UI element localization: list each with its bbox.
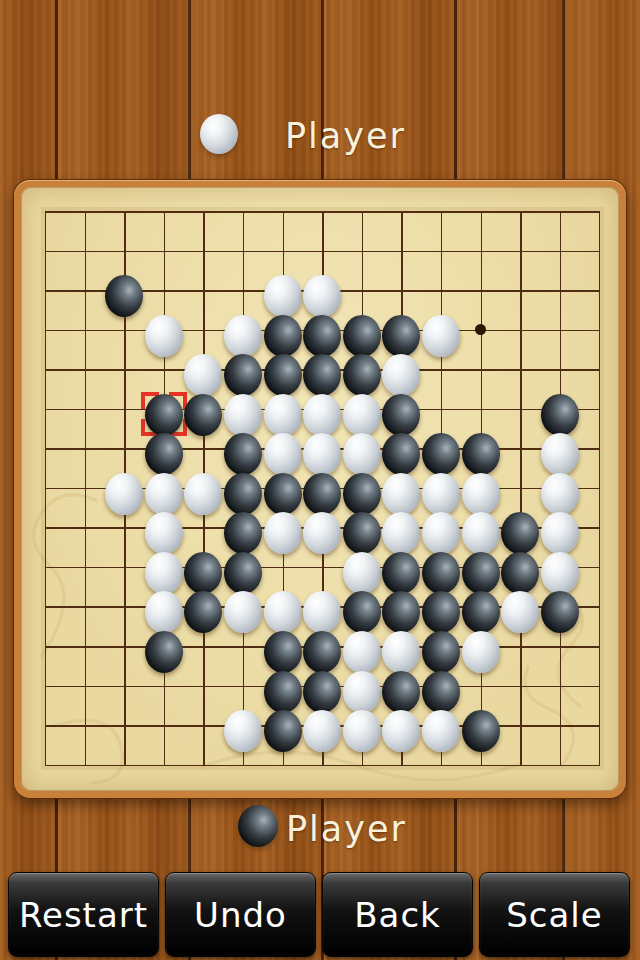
restart-button[interactable]: Restart — [8, 872, 159, 957]
board-cell — [263, 349, 303, 389]
board-cell — [342, 508, 382, 548]
board-cell — [342, 428, 382, 468]
board-cell — [263, 468, 303, 508]
board-cell — [302, 310, 342, 350]
board-cell — [382, 349, 422, 389]
board-cell — [263, 587, 303, 627]
board-cell — [382, 587, 422, 627]
board-cell — [144, 508, 184, 548]
board-cell — [223, 705, 263, 745]
board-cell — [302, 508, 342, 548]
board-cell — [461, 508, 501, 548]
board-intersections[interactable] — [25, 191, 619, 784]
board-cell — [421, 428, 461, 468]
board-cell — [263, 389, 303, 429]
board-cell — [342, 666, 382, 706]
stone-white — [105, 473, 143, 515]
white-player-stone-icon — [200, 114, 238, 154]
board-cell — [104, 468, 144, 508]
board-cell — [382, 508, 422, 548]
stone-white — [422, 710, 460, 752]
board-cell — [342, 349, 382, 389]
board-cell — [263, 270, 303, 310]
board-cell — [302, 666, 342, 706]
board-cell — [461, 587, 501, 627]
board-cell — [421, 468, 461, 508]
board-cell — [342, 547, 382, 587]
board-cell — [223, 508, 263, 548]
board-cell — [540, 389, 580, 429]
board-cell — [540, 468, 580, 508]
stone-black — [264, 710, 302, 752]
scale-button[interactable]: Scale — [479, 872, 630, 957]
stone-black — [462, 710, 500, 752]
stone-white — [343, 710, 381, 752]
board-cell — [382, 389, 422, 429]
board-cell — [500, 587, 540, 627]
action-button-bar: Restart Undo Back Scale — [8, 872, 630, 957]
board-cell — [540, 428, 580, 468]
board-cell — [184, 349, 224, 389]
board-cell — [302, 349, 342, 389]
board-cell — [421, 310, 461, 350]
stone-black — [184, 394, 222, 436]
stone-black — [145, 631, 183, 673]
board-cell — [263, 626, 303, 666]
stone-white — [303, 512, 341, 554]
board-cell — [144, 626, 184, 666]
board-cell — [302, 587, 342, 627]
board-cell — [263, 310, 303, 350]
board-cell — [144, 310, 184, 350]
black-player-stone-icon — [238, 805, 278, 847]
board-cell — [263, 428, 303, 468]
board-cell — [421, 508, 461, 548]
stone-white — [224, 591, 262, 633]
board-cell — [302, 428, 342, 468]
board-cell — [263, 666, 303, 706]
board-cell — [223, 587, 263, 627]
stone-white — [462, 631, 500, 673]
board-cell — [540, 547, 580, 587]
stone-white — [264, 512, 302, 554]
board-cell — [184, 468, 224, 508]
board-cell — [382, 547, 422, 587]
board-cell — [461, 547, 501, 587]
board-cell — [144, 389, 184, 429]
board-cell — [540, 508, 580, 548]
board-cell — [421, 587, 461, 627]
board-cell — [461, 705, 501, 745]
board-cell — [342, 587, 382, 627]
board-cell — [184, 547, 224, 587]
stone-black — [184, 591, 222, 633]
star-point-icon — [461, 310, 501, 350]
board-cell — [382, 310, 422, 350]
board-cell — [104, 270, 144, 310]
game-screen: Player Player Restart Undo Back Scale — [0, 0, 640, 960]
stone-white — [382, 710, 420, 752]
undo-button[interactable]: Undo — [165, 872, 316, 957]
board-cell — [500, 508, 540, 548]
board-cell — [223, 468, 263, 508]
board-cell — [302, 270, 342, 310]
board-cell — [263, 508, 303, 548]
board-cell — [144, 468, 184, 508]
star-point-dot — [475, 324, 486, 335]
board-cell — [461, 468, 501, 508]
board-cell — [421, 705, 461, 745]
board-cell — [223, 389, 263, 429]
stone-white — [224, 710, 262, 752]
board-cell — [223, 547, 263, 587]
board-cell — [144, 428, 184, 468]
stone-white — [184, 473, 222, 515]
board-cell — [382, 705, 422, 745]
board-cell — [342, 626, 382, 666]
board-cell — [184, 587, 224, 627]
board-cell — [382, 468, 422, 508]
stone-white — [145, 315, 183, 357]
black-player-label: Player — [286, 809, 407, 849]
board-cell — [144, 587, 184, 627]
board-cell — [302, 626, 342, 666]
board-cell — [223, 349, 263, 389]
stone-white — [501, 591, 539, 633]
stone-white — [422, 315, 460, 357]
board-cell — [421, 626, 461, 666]
board-cell — [461, 428, 501, 468]
board-cell — [540, 587, 580, 627]
board-cell — [302, 468, 342, 508]
white-player-label: Player — [285, 116, 406, 156]
board-cell — [223, 428, 263, 468]
back-button[interactable]: Back — [322, 872, 473, 957]
board-cell — [342, 310, 382, 350]
board-cell — [342, 468, 382, 508]
board-cell — [302, 705, 342, 745]
board-cell — [382, 666, 422, 706]
board-cell — [342, 389, 382, 429]
board-cell — [421, 547, 461, 587]
board-cell — [184, 389, 224, 429]
board-cell — [342, 705, 382, 745]
board-cell — [382, 626, 422, 666]
stone-black — [105, 275, 143, 317]
board-cell — [302, 389, 342, 429]
board-cell — [144, 547, 184, 587]
board-cell — [223, 310, 263, 350]
board-cell — [421, 666, 461, 706]
stone-white — [303, 710, 341, 752]
board-cell — [461, 626, 501, 666]
board-cell — [263, 705, 303, 745]
stone-black — [541, 591, 579, 633]
board-cell — [500, 547, 540, 587]
board-cell — [382, 428, 422, 468]
